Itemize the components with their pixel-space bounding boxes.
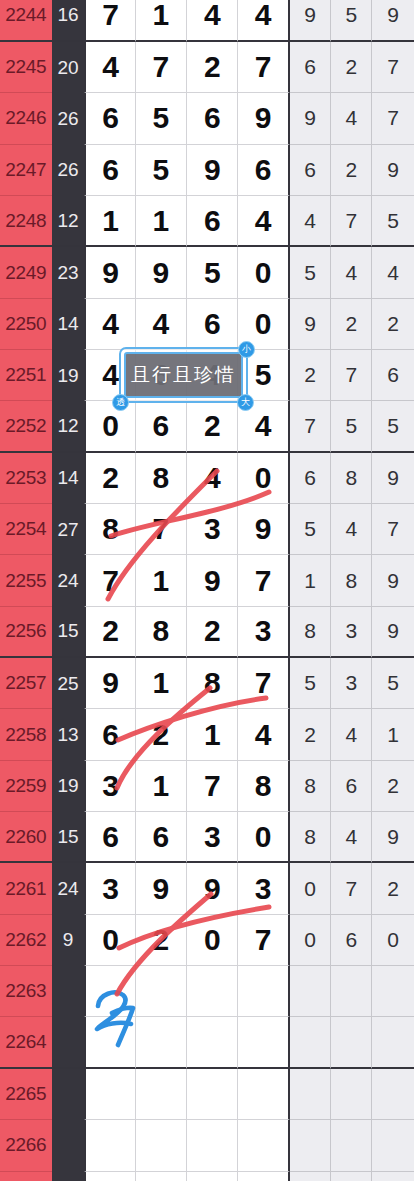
digit-cell <box>238 1120 289 1171</box>
small-digit-cell <box>372 1069 413 1120</box>
digit-cell <box>187 966 238 1017</box>
chart-row-2261: 2261243993072 <box>0 863 414 914</box>
digit-cell: 6 <box>187 196 238 247</box>
sum-cell: 13 <box>52 709 85 760</box>
digit-cell: 4 <box>238 0 289 42</box>
digit-cell: 4 <box>84 42 135 93</box>
digit-cell: 0 <box>238 247 289 298</box>
chart-row-2266: 2266 <box>0 1120 414 1171</box>
small-digit-cell: 8 <box>290 607 331 658</box>
digit-cell <box>238 966 289 1017</box>
small-digit-cell: 2 <box>331 299 372 350</box>
digit-cell: 6 <box>84 812 135 863</box>
digit-cell: 9 <box>187 863 238 914</box>
digit-cell: 6 <box>238 145 289 196</box>
chart-row-2248: 2248121164475 <box>0 196 414 247</box>
digit-cell: 6 <box>187 93 238 144</box>
lottery-trend-chart-screen: 2244167144959224520472762722462665699472… <box>0 0 414 1181</box>
chart-row-2257: 2257259187535 <box>0 658 414 709</box>
digit-cell <box>238 1069 289 1120</box>
small-digit-cell <box>331 1017 372 1068</box>
digit-cell: 2 <box>187 42 238 93</box>
period-cell: 2248 <box>0 196 52 247</box>
period-cell: 2256 <box>0 607 52 658</box>
chart-row-2249: 2249239950544 <box>0 247 414 298</box>
digit-cell: 9 <box>84 658 135 709</box>
digit-cell <box>187 1120 238 1171</box>
sum-cell <box>52 1017 85 1068</box>
chart-row-2253: 2253142840689 <box>0 453 414 504</box>
sum-cell: 24 <box>52 863 85 914</box>
digit-cell: 4 <box>238 709 289 760</box>
small-digit-cell: 7 <box>331 863 372 914</box>
small-digit-cell: 6 <box>290 453 331 504</box>
small-digit-cell: 2 <box>372 863 413 914</box>
sum-cell: 15 <box>52 607 85 658</box>
digit-cell: 4 <box>238 196 289 247</box>
digit-cell <box>187 1172 238 1181</box>
digit-cell: 7 <box>136 504 187 555</box>
small-digit-cell: 2 <box>331 145 372 196</box>
small-digit-cell: 4 <box>331 709 372 760</box>
digit-cell: 1 <box>136 196 187 247</box>
digit-cell: 3 <box>238 607 289 658</box>
transparency-handle[interactable]: 透 <box>112 394 129 411</box>
sum-cell: 14 <box>52 453 85 504</box>
period-cell: 2258 <box>0 709 52 760</box>
chart-row-blank <box>0 1172 414 1181</box>
digit-cell: 7 <box>238 555 289 606</box>
digit-cell: 3 <box>84 761 135 812</box>
small-digit-cell: 0 <box>372 915 413 966</box>
digit-cell: 2 <box>187 401 238 452</box>
small-digit-cell: 7 <box>331 196 372 247</box>
digit-cell: 2 <box>84 607 135 658</box>
small-digit-cell: 2 <box>290 350 331 401</box>
chart-row-2247: 2247266596629 <box>0 145 414 196</box>
small-digit-cell: 5 <box>290 658 331 709</box>
period-cell: 2264 <box>0 1017 52 1068</box>
digit-cell: 3 <box>187 812 238 863</box>
digit-cell: 2 <box>136 709 187 760</box>
small-digit-cell <box>331 966 372 1017</box>
small-digit-cell: 6 <box>331 915 372 966</box>
sum-cell: 24 <box>52 555 85 606</box>
small-digit-cell: 7 <box>331 350 372 401</box>
sum-cell: 15 <box>52 812 85 863</box>
sum-cell: 12 <box>52 196 85 247</box>
small-digit-cell: 2 <box>331 42 372 93</box>
chart-row-2255: 2255247197189 <box>0 555 414 606</box>
period-cell: 2260 <box>0 812 52 863</box>
digit-cell: 7 <box>238 658 289 709</box>
period-cell: 2266 <box>0 1120 52 1171</box>
chart-row-2250: 2250144460922 <box>0 299 414 350</box>
digit-cell: 8 <box>187 658 238 709</box>
watermark-text: 且行且珍惜 <box>131 362 236 388</box>
digit-cell: 7 <box>84 555 135 606</box>
period-cell: 2262 <box>0 915 52 966</box>
sum-cell: 27 <box>52 504 85 555</box>
digit-cell: 3 <box>187 504 238 555</box>
sum-cell: 20 <box>52 42 85 93</box>
digit-cell <box>84 1172 135 1181</box>
sum-cell: 26 <box>52 93 85 144</box>
digit-cell: 5 <box>136 145 187 196</box>
small-digit-cell: 5 <box>290 504 331 555</box>
digit-cell: 1 <box>136 761 187 812</box>
digit-cell: 4 <box>84 299 135 350</box>
small-digit-cell: 4 <box>331 812 372 863</box>
small-digit-cell: 8 <box>331 555 372 606</box>
small-digit-cell <box>372 1017 413 1068</box>
small-digit-cell: 9 <box>372 555 413 606</box>
small-digit-cell: 9 <box>372 607 413 658</box>
digit-cell: 9 <box>136 863 187 914</box>
digit-cell: 6 <box>136 401 187 452</box>
small-digit-cell <box>290 1069 331 1120</box>
digit-cell: 7 <box>238 915 289 966</box>
small-digit-cell <box>372 966 413 1017</box>
digit-cell <box>238 1017 289 1068</box>
digit-cell: 4 <box>187 0 238 42</box>
small-digit-cell: 6 <box>290 145 331 196</box>
period-cell: 2246 <box>0 93 52 144</box>
digit-cell <box>84 1069 135 1120</box>
sum-cell: 9 <box>52 915 85 966</box>
digit-cell: 2 <box>84 453 135 504</box>
period-cell: 2247 <box>0 145 52 196</box>
digit-cell: 1 <box>187 709 238 760</box>
chart-row-2265: 2265 <box>0 1069 414 1120</box>
chart-row-2254: 2254278739547 <box>0 504 414 555</box>
digit-cell: 0 <box>187 915 238 966</box>
period-cell: 2244 <box>0 0 52 42</box>
sum-cell: 26 <box>52 145 85 196</box>
digit-cell <box>84 1017 135 1068</box>
sum-cell: 16 <box>52 0 85 42</box>
sum-cell <box>52 966 85 1017</box>
small-digit-cell: 6 <box>372 350 413 401</box>
digit-cell: 3 <box>238 863 289 914</box>
digit-cell: 5 <box>136 93 187 144</box>
small-digit-cell <box>290 966 331 1017</box>
digit-cell: 6 <box>187 299 238 350</box>
small-digit-cell: 6 <box>331 761 372 812</box>
period-cell: 2257 <box>0 658 52 709</box>
chart-row-2252: 2252120624755 <box>0 401 414 452</box>
chart-row-2262: 226290207060 <box>0 915 414 966</box>
period-cell: 2255 <box>0 555 52 606</box>
small-digit-cell: 8 <box>290 761 331 812</box>
digit-cell: 0 <box>238 812 289 863</box>
digit-cell: 2 <box>187 607 238 658</box>
small-digit-cell: 1 <box>290 555 331 606</box>
small-digit-cell: 9 <box>290 93 331 144</box>
watermark-editor-box[interactable]: 且行且珍惜 小 大 透 <box>119 347 248 403</box>
small-digit-cell: 7 <box>372 504 413 555</box>
period-cell: 2245 <box>0 42 52 93</box>
small-digit-cell: 5 <box>372 401 413 452</box>
chart-row-2246: 2246266569947 <box>0 93 414 144</box>
digit-cell: 9 <box>187 145 238 196</box>
sum-cell: 23 <box>52 247 85 298</box>
digit-cell: 8 <box>136 607 187 658</box>
digit-cell: 8 <box>238 761 289 812</box>
watermark-plate: 且行且珍惜 <box>124 352 243 398</box>
small-digit-cell: 4 <box>331 247 372 298</box>
digit-cell <box>136 1172 187 1181</box>
small-digit-cell: 8 <box>331 453 372 504</box>
small-digit-cell: 5 <box>331 401 372 452</box>
small-digit-cell: 2 <box>372 761 413 812</box>
digit-cell: 0 <box>238 453 289 504</box>
period-cell: 2261 <box>0 863 52 914</box>
sum-cell: 19 <box>52 350 85 401</box>
digit-cell: 9 <box>238 93 289 144</box>
period-cell: 2265 <box>0 1069 52 1120</box>
small-digit-cell <box>290 1017 331 1068</box>
sum-cell: 12 <box>52 401 85 452</box>
digit-cell: 6 <box>84 145 135 196</box>
sum-cell: 25 <box>52 658 85 709</box>
digit-cell <box>238 1172 289 1181</box>
small-digit-cell: 4 <box>331 93 372 144</box>
shrink-handle[interactable]: 小 <box>238 341 255 358</box>
digit-cell: 6 <box>136 812 187 863</box>
digit-cell: 8 <box>84 504 135 555</box>
small-digit-cell: 2 <box>290 709 331 760</box>
digit-cell: 9 <box>187 555 238 606</box>
digit-cell: 1 <box>136 555 187 606</box>
period-cell <box>0 1172 52 1181</box>
digit-cell: 4 <box>136 299 187 350</box>
digit-cell: 7 <box>238 42 289 93</box>
small-digit-cell: 3 <box>331 658 372 709</box>
small-digit-cell <box>372 1172 413 1181</box>
digit-cell: 7 <box>84 0 135 42</box>
digit-cell: 1 <box>84 196 135 247</box>
small-digit-cell <box>331 1172 372 1181</box>
digit-cell: 3 <box>84 863 135 914</box>
small-digit-cell: 7 <box>290 401 331 452</box>
digit-cell: 4 <box>187 453 238 504</box>
small-digit-cell: 4 <box>290 196 331 247</box>
sum-cell <box>52 1069 85 1120</box>
digit-cell: 6 <box>84 709 135 760</box>
small-digit-cell: 7 <box>372 42 413 93</box>
small-digit-cell: 5 <box>372 196 413 247</box>
small-digit-cell <box>290 1172 331 1181</box>
digit-cell <box>187 1069 238 1120</box>
period-cell: 2249 <box>0 247 52 298</box>
digit-cell: 7 <box>136 42 187 93</box>
period-cell: 2263 <box>0 966 52 1017</box>
period-cell: 2251 <box>0 350 52 401</box>
period-cell: 2250 <box>0 299 52 350</box>
chart-row-2260: 2260156630849 <box>0 812 414 863</box>
digit-cell <box>187 1017 238 1068</box>
small-digit-cell <box>290 1120 331 1171</box>
period-cell: 2252 <box>0 401 52 452</box>
digit-cell: 9 <box>136 247 187 298</box>
period-cell: 2254 <box>0 504 52 555</box>
small-digit-cell: 9 <box>372 0 413 42</box>
small-digit-cell: 0 <box>290 915 331 966</box>
small-digit-cell: 5 <box>331 0 372 42</box>
small-digit-cell <box>372 1120 413 1171</box>
small-digit-cell: 4 <box>372 247 413 298</box>
digit-cell: 9 <box>84 247 135 298</box>
enlarge-handle[interactable]: 大 <box>237 394 254 411</box>
small-digit-cell: 8 <box>290 812 331 863</box>
small-digit-cell: 2 <box>372 299 413 350</box>
digit-cell <box>136 1120 187 1171</box>
digit-cell <box>84 966 135 1017</box>
small-digit-cell: 6 <box>290 42 331 93</box>
digit-cell <box>136 1069 187 1120</box>
chart-row-2259: 2259193178862 <box>0 761 414 812</box>
small-digit-cell: 9 <box>372 145 413 196</box>
digit-cell: 0 <box>84 401 135 452</box>
chart-row-2258: 2258136214241 <box>0 709 414 760</box>
small-digit-cell: 0 <box>290 863 331 914</box>
small-digit-cell: 7 <box>372 93 413 144</box>
sum-cell: 19 <box>52 761 85 812</box>
digit-cell: 7 <box>187 761 238 812</box>
digit-cell: 1 <box>136 0 187 42</box>
sum-cell <box>52 1120 85 1171</box>
sum-cell: 14 <box>52 299 85 350</box>
sum-cell <box>52 1172 85 1181</box>
small-digit-cell: 1 <box>372 709 413 760</box>
trend-grid: 2244167144959224520472762722462665699472… <box>0 0 414 1181</box>
digit-cell: 9 <box>238 504 289 555</box>
digit-cell <box>136 1017 187 1068</box>
small-digit-cell: 5 <box>290 247 331 298</box>
small-digit-cell <box>331 1069 372 1120</box>
digit-cell: 8 <box>136 453 187 504</box>
chart-row-2263: 2263 <box>0 966 414 1017</box>
digit-cell: 6 <box>84 93 135 144</box>
chart-row-2256: 2256152823839 <box>0 607 414 658</box>
digit-cell: 1 <box>136 658 187 709</box>
digit-cell: 5 <box>187 247 238 298</box>
small-digit-cell: 9 <box>290 0 331 42</box>
small-digit-cell: 3 <box>331 607 372 658</box>
period-cell: 2253 <box>0 453 52 504</box>
small-digit-cell: 9 <box>290 299 331 350</box>
small-digit-cell <box>331 1120 372 1171</box>
digit-cell <box>136 966 187 1017</box>
small-digit-cell: 9 <box>372 812 413 863</box>
small-digit-cell: 4 <box>331 504 372 555</box>
small-digit-cell: 5 <box>372 658 413 709</box>
period-cell: 2259 <box>0 761 52 812</box>
chart-row-2264: 2264 <box>0 1017 414 1068</box>
digit-cell: 2 <box>136 915 187 966</box>
chart-row-2244: 2244167144959 <box>0 0 414 42</box>
small-digit-cell: 9 <box>372 453 413 504</box>
digit-cell: 0 <box>84 915 135 966</box>
chart-row-2245: 2245204727627 <box>0 42 414 93</box>
digit-cell <box>84 1120 135 1171</box>
